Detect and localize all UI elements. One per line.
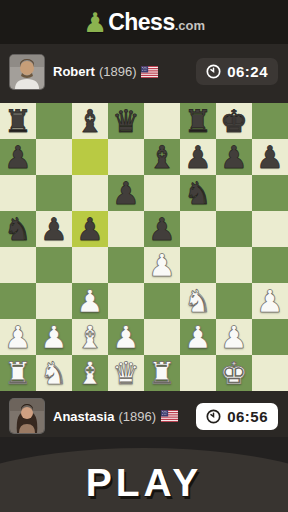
player-name-top: Robert: [53, 64, 95, 79]
white-bishop: ♝: [76, 355, 104, 391]
square-f1[interactable]: [180, 355, 216, 391]
square-b3[interactable]: [36, 283, 72, 319]
square-h1[interactable]: [252, 355, 288, 391]
square-g7[interactable]: ♟: [216, 139, 252, 175]
square-d5[interactable]: [108, 211, 144, 247]
square-h4[interactable]: [252, 247, 288, 283]
black-pawn: ♟: [184, 139, 212, 175]
white-bishop: ♝: [76, 319, 104, 355]
clock-top: 06:24: [196, 58, 278, 85]
white-queen: ♛: [112, 355, 140, 391]
white-rook: ♜: [4, 355, 32, 391]
square-a3[interactable]: [0, 283, 36, 319]
square-c8[interactable]: ♝: [72, 103, 108, 139]
square-a8[interactable]: ♜: [0, 103, 36, 139]
logo-brand-text: Chess: [108, 9, 175, 36]
square-f3[interactable]: ♞: [180, 283, 216, 319]
white-pawn: ♟: [148, 247, 176, 283]
square-d3[interactable]: [108, 283, 144, 319]
clock-icon-top: [206, 64, 221, 79]
square-a1[interactable]: ♜: [0, 355, 36, 391]
chesscom-logo[interactable]: ♟ Chess .com: [83, 9, 205, 36]
square-d7[interactable]: [108, 139, 144, 175]
white-pawn: ♟: [112, 319, 140, 355]
square-c5[interactable]: ♟: [72, 211, 108, 247]
white-pawn: ♟: [4, 319, 32, 355]
player-avatar-top: [10, 55, 44, 89]
black-rook: ♜: [4, 103, 32, 139]
square-d6[interactable]: ♟: [108, 175, 144, 211]
clock-time-top: 06:24: [227, 63, 268, 80]
square-a6[interactable]: [0, 175, 36, 211]
square-g1[interactable]: ♚: [216, 355, 252, 391]
square-c3[interactable]: ♟: [72, 283, 108, 319]
white-king: ♚: [220, 355, 248, 391]
white-pawn: ♟: [184, 319, 212, 355]
square-b4[interactable]: [36, 247, 72, 283]
play-button[interactable]: PLAY: [0, 461, 288, 505]
square-e3[interactable]: [144, 283, 180, 319]
black-rook: ♜: [184, 103, 212, 139]
black-bishop: ♝: [76, 103, 104, 139]
app-header: ♟ Chess .com: [0, 0, 288, 44]
square-f7[interactable]: ♟: [180, 139, 216, 175]
black-pawn: ♟: [76, 211, 104, 247]
black-pawn: ♟: [256, 139, 284, 175]
square-h8[interactable]: [252, 103, 288, 139]
black-knight: ♞: [4, 211, 32, 247]
black-pawn: ♟: [40, 211, 68, 247]
square-g6[interactable]: [216, 175, 252, 211]
us-flag-icon-bottom: [161, 410, 178, 422]
square-f8[interactable]: ♜: [180, 103, 216, 139]
clock-bottom: 06:56: [196, 403, 278, 430]
logo-suffix-text: .com: [175, 18, 205, 33]
square-c7[interactable]: [72, 139, 108, 175]
white-pawn: ♟: [256, 283, 284, 319]
square-h7[interactable]: ♟: [252, 139, 288, 175]
chess-board: ♜♝♛♜♚♟♝♟♟♟♟♞♞♟♟♟♟♟♞♟♟♟♝♟♟♟♜♞♝♛♜♚: [0, 103, 288, 391]
black-pawn: ♟: [112, 175, 140, 211]
square-h6[interactable]: [252, 175, 288, 211]
square-e8[interactable]: [144, 103, 180, 139]
square-c1[interactable]: ♝: [72, 355, 108, 391]
square-a7[interactable]: ♟: [0, 139, 36, 175]
player-rating-top: (1896): [99, 64, 137, 79]
square-e6[interactable]: [144, 175, 180, 211]
black-king: ♚: [220, 103, 248, 139]
square-a2[interactable]: ♟: [0, 319, 36, 355]
square-g4[interactable]: [216, 247, 252, 283]
player-rating-bottom: (1896): [118, 409, 156, 424]
square-a4[interactable]: [0, 247, 36, 283]
square-e7[interactable]: ♝: [144, 139, 180, 175]
square-e1[interactable]: ♜: [144, 355, 180, 391]
square-e5[interactable]: ♟: [144, 211, 180, 247]
player-bar-bottom[interactable]: Anastasia (1896): [0, 391, 288, 441]
square-f2[interactable]: ♟: [180, 319, 216, 355]
square-b1[interactable]: ♞: [36, 355, 72, 391]
square-h5[interactable]: [252, 211, 288, 247]
square-b2[interactable]: ♟: [36, 319, 72, 355]
square-d4[interactable]: [108, 247, 144, 283]
square-g2[interactable]: ♟: [216, 319, 252, 355]
square-g3[interactable]: [216, 283, 252, 319]
us-flag-icon-top: [141, 66, 158, 78]
square-g5[interactable]: [216, 211, 252, 247]
white-pawn: ♟: [76, 283, 104, 319]
white-pawn: ♟: [220, 319, 248, 355]
square-b8[interactable]: [36, 103, 72, 139]
square-b7[interactable]: [36, 139, 72, 175]
square-a5[interactable]: ♞: [0, 211, 36, 247]
black-knight: ♞: [184, 175, 212, 211]
square-e4[interactable]: ♟: [144, 247, 180, 283]
square-c6[interactable]: [72, 175, 108, 211]
square-b6[interactable]: [36, 175, 72, 211]
square-f4[interactable]: [180, 247, 216, 283]
square-c2[interactable]: ♝: [72, 319, 108, 355]
white-rook: ♜: [148, 355, 176, 391]
black-pawn: ♟: [148, 211, 176, 247]
play-footer: PLAY: [0, 437, 288, 512]
white-knight: ♞: [40, 355, 68, 391]
square-d2[interactable]: ♟: [108, 319, 144, 355]
square-d8[interactable]: ♛: [108, 103, 144, 139]
black-pawn: ♟: [4, 139, 32, 175]
player-avatar-bottom: [10, 399, 44, 433]
square-f5[interactable]: [180, 211, 216, 247]
player-name-bottom: Anastasia: [53, 409, 114, 424]
clock-icon-bottom: [206, 409, 221, 424]
square-d1[interactable]: ♛: [108, 355, 144, 391]
square-b5[interactable]: ♟: [36, 211, 72, 247]
square-c4[interactable]: [72, 247, 108, 283]
square-f6[interactable]: ♞: [180, 175, 216, 211]
clock-time-bottom: 06:56: [227, 408, 268, 425]
white-knight: ♞: [184, 283, 212, 319]
square-e2[interactable]: [144, 319, 180, 355]
player-bar-top[interactable]: Robert (1896): [0, 44, 288, 99]
square-h2[interactable]: [252, 319, 288, 355]
square-g8[interactable]: ♚: [216, 103, 252, 139]
black-bishop: ♝: [148, 139, 176, 175]
white-pawn: ♟: [40, 319, 68, 355]
logo-pawn-icon: ♟: [83, 9, 107, 36]
black-pawn: ♟: [220, 139, 248, 175]
square-h3[interactable]: ♟: [252, 283, 288, 319]
black-queen: ♛: [112, 103, 140, 139]
